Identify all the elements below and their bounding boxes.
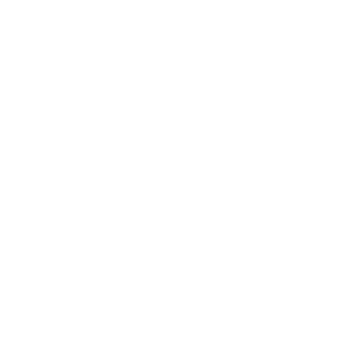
chess-set-photo (0, 0, 350, 350)
chessboard (0, 0, 350, 350)
